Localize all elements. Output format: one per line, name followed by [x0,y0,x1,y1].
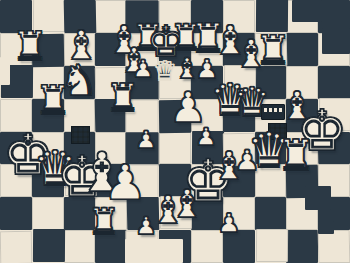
board-square[interactable] [318,230,350,263]
board-square[interactable] [0,197,32,230]
piece-white-rook[interactable]: ♜ [277,135,315,177]
piece-white-rook[interactable]: ♜ [106,79,140,117]
board-square[interactable] [33,229,65,262]
clock-pip [274,108,277,112]
piece-white-rook[interactable]: ♜ [88,204,120,240]
piece-black-queen[interactable]: ♛ [153,58,176,84]
chess-illustration: ♜♝♝♝♜♚♜♜♝♝♜♟♛♝♟♞♜♜♟♛♛♝♚♚♛♚♝♟♟♟♚♝♟♛♜♜♟♝♝♟ [0,0,350,263]
board-square[interactable] [286,230,318,263]
piece-white-pawn[interactable]: ♟ [217,210,240,236]
board-square[interactable] [255,229,287,262]
piece-white-rook[interactable]: ♜ [35,80,71,120]
glitch-square [322,28,350,54]
board-square[interactable] [286,33,318,66]
board-square[interactable] [318,66,350,99]
piece-white-pawn[interactable]: ♟ [135,128,157,152]
piece-white-rook[interactable]: ♜ [12,26,48,66]
board-square[interactable] [0,231,32,263]
piece-white-bishop[interactable]: ♝ [170,185,204,223]
glitch-square [305,186,331,210]
piece-white-pawn[interactable]: ♟ [103,158,146,206]
glitch-square [125,239,183,263]
glitch-square [318,221,334,234]
glitch-square [292,0,322,22]
piece-white-rook[interactable]: ♜ [255,30,291,70]
board-square[interactable] [255,197,287,230]
piece-white-queen[interactable]: ♛ [234,82,270,122]
glitch-square [0,57,10,85]
